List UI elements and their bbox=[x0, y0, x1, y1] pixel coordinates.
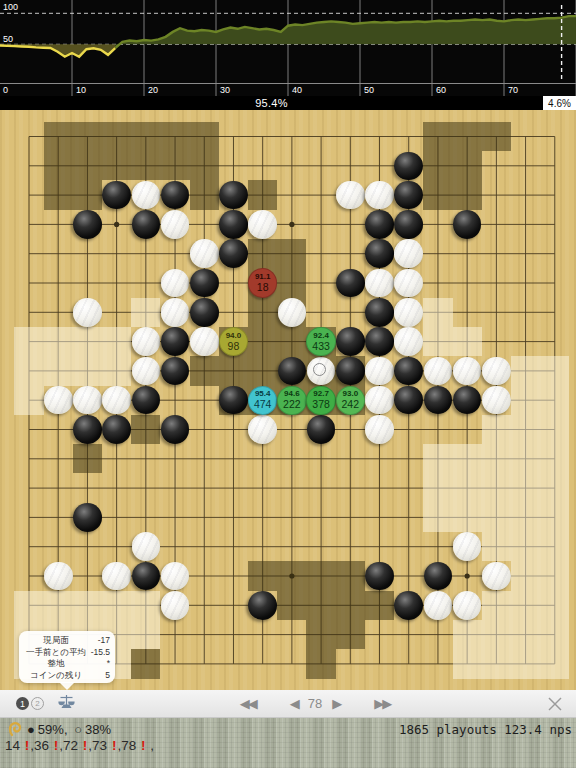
last-move-marker bbox=[313, 363, 326, 376]
white-stone-glyph: ○ bbox=[74, 722, 82, 737]
black-territory-cell bbox=[423, 180, 452, 209]
black-territory-cell bbox=[102, 122, 131, 151]
white-territory-cell bbox=[423, 503, 452, 532]
black-territory-cell bbox=[73, 444, 102, 473]
black-winrate-segment: 95.4% bbox=[0, 96, 543, 110]
white-stone bbox=[248, 415, 277, 444]
black-stone bbox=[336, 269, 365, 298]
black-territory-cell bbox=[277, 239, 306, 268]
black-stone bbox=[73, 415, 102, 444]
go-analysis-app: 10050010203040506070 95.4% 4.6% 91.11894… bbox=[0, 0, 576, 768]
candidate-winrate: 94.6 bbox=[284, 390, 300, 398]
black-stone bbox=[336, 357, 365, 386]
black-stone bbox=[132, 210, 161, 239]
black-stone bbox=[278, 357, 307, 386]
panel-value-seichi: * bbox=[88, 658, 110, 669]
svg-text:50: 50 bbox=[364, 85, 374, 95]
black-territory-cell bbox=[160, 122, 189, 151]
white-stone bbox=[394, 298, 423, 327]
candidate-visits: 433 bbox=[312, 341, 330, 352]
candidate-move[interactable]: 92.4433 bbox=[306, 327, 335, 356]
white-stone bbox=[132, 532, 161, 561]
winrate-bar: 95.4% 4.6% bbox=[0, 96, 576, 110]
playouts-readout: 1865 playouts 123.4 nps bbox=[399, 722, 572, 737]
white-stone bbox=[482, 357, 511, 386]
black-stone bbox=[73, 503, 102, 532]
white-territory-cell bbox=[511, 561, 540, 590]
go-board[interactable]: 91.11894.09892.443395.447494.622292.7378… bbox=[0, 110, 576, 690]
white-winrate-segment: 4.6% bbox=[543, 96, 576, 110]
white-territory-cell bbox=[511, 356, 540, 385]
white-stone bbox=[424, 591, 453, 620]
candidate-move[interactable]: 94.6222 bbox=[277, 386, 306, 415]
black-territory-cell bbox=[277, 591, 306, 620]
black-stone bbox=[365, 327, 394, 356]
black-territory-cell bbox=[131, 415, 160, 444]
black-stone bbox=[219, 210, 248, 239]
white-stone bbox=[453, 591, 482, 620]
candidate-visits: 222 bbox=[283, 399, 301, 410]
black-territory-cell bbox=[73, 151, 102, 180]
black-territory-cell bbox=[190, 122, 219, 151]
black-territory-cell bbox=[131, 151, 160, 180]
black-territory-cell bbox=[336, 561, 365, 590]
black-territory-cell bbox=[277, 268, 306, 297]
mistake-move-number: ,36 bbox=[30, 738, 53, 753]
white-territory-cell bbox=[14, 356, 43, 385]
black-territory-cell bbox=[44, 151, 73, 180]
white-territory-cell bbox=[453, 649, 482, 678]
toolbar: 1 2 ◀◀ ◀ 78 ▶ bbox=[0, 690, 576, 718]
white-territory-cell bbox=[511, 444, 540, 473]
white-stone bbox=[365, 181, 394, 210]
black-stone bbox=[453, 210, 482, 239]
winrate-summary: ●59%, ○38% bbox=[8, 721, 111, 738]
candidate-move[interactable]: 91.118 bbox=[248, 268, 277, 297]
white-territory-cell bbox=[540, 532, 569, 561]
white-stone bbox=[44, 386, 73, 415]
svg-text:40: 40 bbox=[292, 85, 302, 95]
panel-row-current: 現局面 -17 bbox=[24, 635, 110, 646]
white-territory-cell bbox=[423, 327, 452, 356]
white-territory-cell bbox=[482, 532, 511, 561]
white-territory-cell bbox=[131, 591, 160, 620]
white-territory-cell bbox=[482, 415, 511, 444]
white-territory-cell bbox=[102, 327, 131, 356]
candidate-winrate: 95.4 bbox=[255, 390, 271, 398]
white-territory-cell bbox=[511, 415, 540, 444]
svg-text:50: 50 bbox=[3, 34, 13, 44]
black-percent: 59%, bbox=[38, 722, 68, 737]
winrate-graph-plot: 10050010203040506070 bbox=[0, 0, 576, 96]
white-territory-cell bbox=[453, 620, 482, 649]
white-territory-cell bbox=[131, 620, 160, 649]
circled-one-icon: 1 bbox=[16, 697, 29, 710]
mistake-move-number: ,78 bbox=[117, 738, 140, 753]
black-territory-cell bbox=[306, 591, 335, 620]
svg-text:70: 70 bbox=[508, 85, 518, 95]
white-territory-cell bbox=[14, 591, 43, 620]
white-winrate-label: 4.6% bbox=[548, 98, 571, 109]
candidate-visits: 18 bbox=[257, 282, 269, 293]
white-territory-cell bbox=[540, 503, 569, 532]
white-stone bbox=[190, 327, 219, 356]
white-territory-cell bbox=[44, 591, 73, 620]
black-stone bbox=[219, 386, 248, 415]
svg-text:60: 60 bbox=[436, 85, 446, 95]
black-stone-glyph: ● bbox=[27, 722, 35, 737]
status-bar: ●59%, ○38% 1865 playouts 123.4 nps 14 !,… bbox=[0, 718, 576, 768]
white-territory-cell bbox=[511, 473, 540, 502]
close-icon bbox=[546, 695, 564, 713]
mistake-mark: ! bbox=[25, 738, 30, 753]
white-territory-cell bbox=[102, 591, 131, 620]
white-territory-cell bbox=[453, 327, 482, 356]
white-stone bbox=[394, 239, 423, 268]
mistake-mark: ! bbox=[83, 738, 88, 753]
circled-two-icon: 2 bbox=[31, 697, 44, 710]
black-winrate-label: 95.4% bbox=[255, 97, 288, 109]
prev-move-button[interactable]: ◀ bbox=[290, 696, 298, 711]
black-territory-cell bbox=[248, 327, 277, 356]
white-stone bbox=[336, 181, 365, 210]
black-territory-cell bbox=[336, 620, 365, 649]
white-territory-cell bbox=[540, 473, 569, 502]
black-territory-cell bbox=[453, 180, 482, 209]
black-territory-cell bbox=[160, 151, 189, 180]
white-territory-cell bbox=[482, 649, 511, 678]
white-territory-cell bbox=[453, 444, 482, 473]
panel-value-coins: 5 bbox=[88, 670, 110, 681]
fast-forward-button[interactable]: ▶▶ bbox=[374, 696, 390, 711]
white-territory-cell bbox=[131, 298, 160, 327]
panel-label-seichi: 整地 bbox=[24, 658, 88, 669]
black-territory-cell bbox=[248, 180, 277, 209]
black-territory-cell bbox=[277, 561, 306, 590]
black-territory-cell bbox=[365, 591, 394, 620]
next-move-button[interactable]: ▶ bbox=[332, 696, 340, 711]
panel-label-average: 一手前との平均 bbox=[24, 647, 88, 658]
candidate-winrate: 93.0 bbox=[343, 390, 359, 398]
black-territory-cell bbox=[248, 356, 277, 385]
black-stone bbox=[394, 210, 423, 239]
black-territory-cell bbox=[453, 151, 482, 180]
black-territory-cell bbox=[73, 122, 102, 151]
white-territory-cell bbox=[14, 386, 43, 415]
white-territory-cell bbox=[73, 356, 102, 385]
black-territory-cell bbox=[102, 151, 131, 180]
thinking-hand-icon bbox=[8, 721, 23, 738]
panel-label-current: 現局面 bbox=[24, 635, 88, 646]
white-territory-cell bbox=[482, 473, 511, 502]
candidate-winrate: 92.7 bbox=[313, 390, 329, 398]
panel-row-seichi: 整地 * bbox=[24, 658, 110, 669]
white-stone bbox=[365, 386, 394, 415]
black-stone bbox=[307, 415, 336, 444]
candidate-move[interactable]: 95.4474 bbox=[248, 386, 277, 415]
panel-label-coins: コインの残り bbox=[24, 670, 88, 681]
black-stone bbox=[365, 298, 394, 327]
white-territory-cell bbox=[540, 356, 569, 385]
black-stone bbox=[394, 591, 423, 620]
white-territory-cell bbox=[511, 532, 540, 561]
panel-value-average: -15.5 bbox=[88, 647, 110, 658]
mistake-move-number: 14 bbox=[5, 738, 24, 753]
score-balance-button[interactable] bbox=[58, 693, 75, 714]
mistake-move-number: ,73 bbox=[88, 738, 111, 753]
mistake-list-trailing: , bbox=[146, 738, 154, 753]
white-territory-cell bbox=[453, 473, 482, 502]
white-stone bbox=[44, 562, 73, 591]
black-stone bbox=[365, 239, 394, 268]
white-stone bbox=[365, 415, 394, 444]
move-counter: 78 bbox=[308, 696, 322, 711]
black-stone bbox=[102, 181, 131, 210]
black-territory-cell bbox=[306, 649, 335, 678]
candidate-winrate: 94.0 bbox=[226, 332, 242, 340]
black-territory-cell bbox=[277, 327, 306, 356]
candidate-visits: 378 bbox=[312, 399, 330, 410]
black-stone bbox=[365, 210, 394, 239]
white-stone bbox=[278, 298, 307, 327]
white-territory-cell bbox=[102, 356, 131, 385]
white-territory-cell bbox=[73, 591, 102, 620]
black-stone bbox=[248, 591, 277, 620]
white-territory-cell bbox=[14, 327, 43, 356]
white-territory-cell bbox=[73, 327, 102, 356]
white-territory-cell bbox=[540, 591, 569, 620]
white-stone bbox=[248, 210, 277, 239]
black-stone bbox=[219, 181, 248, 210]
black-stone bbox=[161, 327, 190, 356]
black-territory-cell bbox=[248, 561, 277, 590]
black-territory-cell bbox=[73, 180, 102, 209]
rewind-button[interactable]: ◀◀ bbox=[240, 696, 256, 711]
black-territory-cell bbox=[306, 561, 335, 590]
mistake-mark: ! bbox=[54, 738, 59, 753]
white-percent: 38% bbox=[85, 722, 111, 737]
black-stone bbox=[365, 562, 394, 591]
white-stone bbox=[161, 298, 190, 327]
white-stone bbox=[482, 562, 511, 591]
white-territory-cell bbox=[511, 649, 540, 678]
black-territory-cell bbox=[453, 122, 482, 151]
white-territory-cell bbox=[511, 503, 540, 532]
mistake-mark: ! bbox=[141, 738, 146, 753]
white-stone bbox=[482, 386, 511, 415]
candidate-visits: 474 bbox=[254, 399, 272, 410]
black-stone bbox=[219, 239, 248, 268]
mistake-mark: ! bbox=[112, 738, 117, 753]
candidate-move[interactable]: 93.0242 bbox=[336, 386, 365, 415]
svg-text:20: 20 bbox=[148, 85, 158, 95]
black-stone bbox=[336, 327, 365, 356]
black-stone bbox=[394, 152, 423, 181]
svg-text:0: 0 bbox=[3, 85, 8, 95]
candidate-visits: 242 bbox=[342, 399, 360, 410]
mistake-move-number: ,72 bbox=[59, 738, 82, 753]
white-territory-cell bbox=[511, 386, 540, 415]
white-stone bbox=[394, 269, 423, 298]
panel-value-current: -17 bbox=[88, 635, 110, 646]
black-territory-cell bbox=[190, 356, 219, 385]
black-stone bbox=[190, 269, 219, 298]
white-territory-cell bbox=[44, 356, 73, 385]
candidate-visits: 98 bbox=[228, 341, 240, 352]
white-stone bbox=[132, 327, 161, 356]
winrate-graph[interactable]: 10050010203040506070 bbox=[0, 0, 576, 96]
panel-row-average: 一手前との平均 -15.5 bbox=[24, 647, 110, 658]
white-territory-cell bbox=[540, 620, 569, 649]
black-stone bbox=[190, 298, 219, 327]
white-territory-cell bbox=[540, 444, 569, 473]
black-stone bbox=[394, 357, 423, 386]
white-territory-cell bbox=[453, 503, 482, 532]
white-territory-cell bbox=[540, 649, 569, 678]
black-territory-cell bbox=[482, 122, 511, 151]
black-stone bbox=[73, 210, 102, 239]
black-territory-cell bbox=[423, 151, 452, 180]
black-territory-cell bbox=[423, 122, 452, 151]
black-territory-cell bbox=[131, 649, 160, 678]
svg-text:100: 100 bbox=[3, 2, 18, 12]
white-territory-cell bbox=[511, 620, 540, 649]
white-territory-cell bbox=[423, 444, 452, 473]
white-stone bbox=[73, 386, 102, 415]
white-stone bbox=[394, 327, 423, 356]
white-territory-cell bbox=[482, 503, 511, 532]
black-stone bbox=[161, 415, 190, 444]
white-stone bbox=[365, 357, 394, 386]
score-info-panel: 現局面 -17 一手前との平均 -15.5 整地 * コインの残り 5 bbox=[19, 631, 115, 683]
white-territory-cell bbox=[540, 386, 569, 415]
white-stone bbox=[102, 562, 131, 591]
panel-row-coins: コインの残り 5 bbox=[24, 670, 110, 681]
white-stone bbox=[190, 239, 219, 268]
white-stone bbox=[132, 357, 161, 386]
close-button[interactable] bbox=[546, 695, 564, 713]
black-territory-cell bbox=[248, 239, 277, 268]
black-territory-cell bbox=[190, 151, 219, 180]
white-territory-cell bbox=[511, 591, 540, 620]
white-territory-cell bbox=[482, 444, 511, 473]
black-territory-cell bbox=[219, 356, 248, 385]
black-territory-cell bbox=[248, 298, 277, 327]
white-territory-cell bbox=[482, 591, 511, 620]
white-territory-cell bbox=[540, 561, 569, 590]
black-stone bbox=[102, 415, 131, 444]
black-territory-cell bbox=[190, 180, 219, 209]
candidate-winrate: 92.4 bbox=[313, 332, 329, 340]
white-territory-cell bbox=[423, 473, 452, 502]
balance-scale-icon bbox=[58, 693, 75, 710]
white-stone bbox=[161, 210, 190, 239]
navigation-controls: ◀◀ ◀ 78 ▶ ▶▶ bbox=[240, 696, 390, 711]
white-territory-cell bbox=[423, 298, 452, 327]
move-number-toggle[interactable]: 1 2 bbox=[16, 697, 44, 710]
black-territory-cell bbox=[306, 620, 335, 649]
white-territory-cell bbox=[540, 415, 569, 444]
candidate-winrate: 91.1 bbox=[255, 273, 271, 281]
black-territory-cell bbox=[44, 122, 73, 151]
black-territory-cell bbox=[131, 122, 160, 151]
black-territory-cell bbox=[336, 591, 365, 620]
candidate-move[interactable]: 92.7378 bbox=[306, 386, 335, 415]
white-stone bbox=[365, 269, 394, 298]
white-territory-cell bbox=[482, 620, 511, 649]
svg-text:10: 10 bbox=[76, 85, 86, 95]
white-stone bbox=[73, 298, 102, 327]
svg-text:30: 30 bbox=[220, 85, 230, 95]
mistake-move-list: 14 !,36 !,72 !,73 !,78 ! , bbox=[5, 738, 154, 753]
black-territory-cell bbox=[44, 180, 73, 209]
white-stone bbox=[161, 591, 190, 620]
white-territory-cell bbox=[44, 327, 73, 356]
